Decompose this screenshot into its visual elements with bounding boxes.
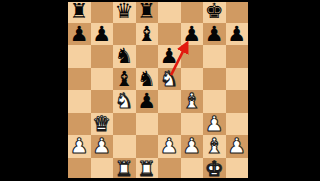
square-f3[interactable] (181, 113, 204, 136)
square-d4[interactable]: ♟ (136, 90, 159, 113)
square-d5[interactable]: ♞ (136, 68, 159, 91)
square-a5[interactable] (68, 68, 91, 91)
white-king-g1[interactable]: ♚ (203, 158, 226, 181)
square-h6[interactable] (226, 45, 249, 68)
square-g7[interactable]: ♟ (203, 23, 226, 46)
white-rook-d1[interactable]: ♜ (136, 158, 159, 181)
square-f5[interactable] (181, 68, 204, 91)
black-king-g8[interactable]: ♚ (203, 0, 226, 23)
square-a3[interactable] (68, 113, 91, 136)
square-f1[interactable] (181, 158, 204, 181)
square-b5[interactable] (91, 68, 114, 91)
chess-board: ♜♛♜♚♟♟♝♟♟♟♞♟♝♞♞♞♟♝♛♟♟♟♟♟♝♟♜♜♚ (68, 0, 248, 180)
square-e3[interactable] (158, 113, 181, 136)
white-pawn-a2[interactable]: ♟ (68, 135, 91, 158)
square-g3[interactable]: ♟ (203, 113, 226, 136)
white-rook-c1[interactable]: ♜ (113, 158, 136, 181)
black-knight-c6[interactable]: ♞ (113, 45, 136, 68)
white-bishop-f4[interactable]: ♝ (181, 90, 204, 113)
square-b3[interactable]: ♛ (91, 113, 114, 136)
square-g2[interactable]: ♝ (203, 135, 226, 158)
square-d2[interactable] (136, 135, 159, 158)
square-c7[interactable] (113, 23, 136, 46)
black-pawn-h7[interactable]: ♟ (226, 23, 249, 46)
square-c3[interactable] (113, 113, 136, 136)
square-c6[interactable]: ♞ (113, 45, 136, 68)
square-a1[interactable] (68, 158, 91, 181)
square-h4[interactable] (226, 90, 249, 113)
square-e5[interactable]: ♞ (158, 68, 181, 91)
square-h8[interactable] (226, 0, 249, 23)
square-g1[interactable]: ♚ (203, 158, 226, 181)
square-e8[interactable] (158, 0, 181, 23)
square-g6[interactable] (203, 45, 226, 68)
square-g5[interactable] (203, 68, 226, 91)
page-canvas: ♜♛♜♚♟♟♝♟♟♟♞♟♝♞♞♞♟♝♛♟♟♟♟♟♝♟♜♜♚ (0, 0, 320, 180)
black-queen-c8[interactable]: ♛ (113, 0, 136, 23)
white-knight-c4[interactable]: ♞ (113, 90, 136, 113)
top-edge-strip (0, 0, 320, 2)
black-pawn-e6[interactable]: ♟ (158, 45, 181, 68)
square-a7[interactable]: ♟ (68, 23, 91, 46)
black-pawn-b7[interactable]: ♟ (91, 23, 114, 46)
square-h5[interactable] (226, 68, 249, 91)
black-pawn-g7[interactable]: ♟ (203, 23, 226, 46)
white-bishop-g2[interactable]: ♝ (203, 135, 226, 158)
black-bishop-d7[interactable]: ♝ (136, 23, 159, 46)
square-e2[interactable]: ♟ (158, 135, 181, 158)
square-f6[interactable] (181, 45, 204, 68)
square-d6[interactable] (136, 45, 159, 68)
square-d1[interactable]: ♜ (136, 158, 159, 181)
white-queen-b3[interactable]: ♛ (91, 113, 114, 136)
white-pawn-b2[interactable]: ♟ (91, 135, 114, 158)
black-rook-a8[interactable]: ♜ (68, 0, 91, 23)
square-g8[interactable]: ♚ (203, 0, 226, 23)
black-pawn-d4[interactable]: ♟ (136, 90, 159, 113)
square-c4[interactable]: ♞ (113, 90, 136, 113)
white-pawn-h2[interactable]: ♟ (226, 135, 249, 158)
square-g4[interactable] (203, 90, 226, 113)
square-b1[interactable] (91, 158, 114, 181)
square-e1[interactable] (158, 158, 181, 181)
white-knight-e5[interactable]: ♞ (158, 68, 181, 91)
white-pawn-e2[interactable]: ♟ (158, 135, 181, 158)
square-d8[interactable]: ♜ (136, 0, 159, 23)
square-f8[interactable] (181, 0, 204, 23)
square-f7[interactable]: ♟ (181, 23, 204, 46)
square-h2[interactable]: ♟ (226, 135, 249, 158)
black-pawn-f7[interactable]: ♟ (181, 23, 204, 46)
square-b2[interactable]: ♟ (91, 135, 114, 158)
black-knight-d5[interactable]: ♞ (136, 68, 159, 91)
square-c8[interactable]: ♛ (113, 0, 136, 23)
white-pawn-g3[interactable]: ♟ (203, 113, 226, 136)
black-pawn-a7[interactable]: ♟ (68, 23, 91, 46)
square-b6[interactable] (91, 45, 114, 68)
square-b4[interactable] (91, 90, 114, 113)
black-bishop-c5[interactable]: ♝ (113, 68, 136, 91)
black-rook-d8[interactable]: ♜ (136, 0, 159, 23)
square-c5[interactable]: ♝ (113, 68, 136, 91)
square-a4[interactable] (68, 90, 91, 113)
square-h3[interactable] (226, 113, 249, 136)
bottom-edge-strip (0, 178, 320, 180)
square-c1[interactable]: ♜ (113, 158, 136, 181)
square-d3[interactable] (136, 113, 159, 136)
square-f4[interactable]: ♝ (181, 90, 204, 113)
square-a8[interactable]: ♜ (68, 0, 91, 23)
square-e6[interactable]: ♟ (158, 45, 181, 68)
square-h1[interactable] (226, 158, 249, 181)
square-d7[interactable]: ♝ (136, 23, 159, 46)
square-e4[interactable] (158, 90, 181, 113)
square-b7[interactable]: ♟ (91, 23, 114, 46)
square-b8[interactable] (91, 0, 114, 23)
square-c2[interactable] (113, 135, 136, 158)
square-f2[interactable]: ♟ (181, 135, 204, 158)
square-a2[interactable]: ♟ (68, 135, 91, 158)
square-h7[interactable]: ♟ (226, 23, 249, 46)
square-a6[interactable] (68, 45, 91, 68)
square-e7[interactable] (158, 23, 181, 46)
white-pawn-f2[interactable]: ♟ (181, 135, 204, 158)
